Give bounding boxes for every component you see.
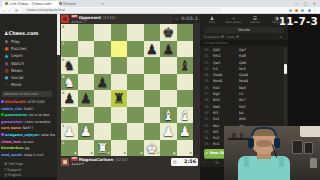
info-icon[interactable]: ⓘ — [279, 35, 282, 40]
square-d2[interactable] — [111, 123, 128, 140]
chat-username[interactable]: blunderbus: — [1, 146, 24, 150]
screenshot-root: Live Chess - Chess.com Stream + — ▢ ✕ ‹ … — [0, 0, 320, 180]
sidebar-item-label: More — [11, 82, 21, 87]
white-king-f1[interactable]: ♚ — [144, 140, 161, 157]
tab-label: New Game — [224, 21, 244, 24]
headset-earcup — [248, 138, 254, 148]
square-g4[interactable] — [160, 90, 177, 107]
browser-menu-icon[interactable]: ⋮ — [313, 8, 317, 13]
square-f4[interactable] — [144, 90, 161, 107]
square-e7[interactable] — [127, 41, 144, 58]
black-rook-d4[interactable]: ♜ — [111, 90, 128, 107]
square-a5[interactable]: 5♞ — [61, 74, 78, 91]
square-g7[interactable]: ♟ — [160, 41, 177, 58]
square-e6[interactable] — [127, 57, 144, 74]
black-pawn-g7[interactable]: ♟ — [160, 41, 177, 58]
chat-text: gg — [25, 146, 29, 150]
evaluation-toggle[interactable] — [221, 35, 224, 38]
chat-username[interactable]: mod_sarah: — [1, 153, 23, 157]
chat-message: gmwatcher: clock scramble — [1, 119, 56, 126]
room-lamp — [310, 158, 317, 168]
square-h2[interactable]: ♟ — [177, 123, 194, 140]
square-g1[interactable]: g — [160, 140, 177, 157]
stream-chat-overlay: BlitzFan99: LETS GOOrookie_rick: Rd4!!pa… — [1, 99, 56, 159]
rank-label: 8 — [62, 25, 64, 29]
chat-text: he is so fast — [29, 113, 49, 117]
sidebar-item-puzzles[interactable]: ▦Puzzles — [4, 45, 26, 52]
top-player-clock: ◷0:03.1 — [173, 15, 200, 24]
chat-text: Na5?? — [23, 126, 33, 130]
square-h6[interactable]: ♝ — [177, 57, 194, 74]
avatar-art — [63, 17, 67, 21]
white-pawn-g2[interactable]: ♟ — [160, 123, 177, 140]
file-label: h — [190, 151, 192, 155]
scrollbar-thumb[interactable] — [284, 64, 287, 74]
panel-toggles: Evaluation Lines ⓘ — [204, 35, 284, 40]
watch-icon: ◉ — [4, 60, 9, 67]
square-e3[interactable] — [127, 107, 144, 124]
chat-text: LETS GOO — [27, 100, 44, 104]
shelf-item — [232, 133, 236, 138]
browser-nav-buttons[interactable]: ‹ › ⟳ — [3, 7, 20, 14]
square-e5[interactable] — [127, 74, 144, 91]
lines-toggle[interactable] — [236, 35, 239, 38]
extension-icon[interactable] — [289, 9, 293, 13]
window-controls[interactable]: — ▢ ✕ — [294, 0, 318, 7]
square-c1[interactable]: c♜ — [94, 140, 111, 157]
square-d1[interactable]: d — [111, 140, 128, 157]
square-b7[interactable] — [78, 41, 95, 58]
moves-header[interactable]: Moves — [204, 27, 284, 33]
square-e8[interactable] — [127, 24, 144, 41]
square-f3[interactable] — [144, 107, 161, 124]
chat-text: Rd4!! — [24, 107, 33, 111]
square-f5[interactable] — [144, 74, 161, 91]
tab-favicon-icon — [59, 2, 62, 5]
square-f1[interactable]: f♚ — [144, 140, 161, 157]
top-player-rating: (3140) — [102, 15, 115, 20]
sidebar-item-social[interactable]: ●Social — [4, 74, 23, 81]
square-a6[interactable]: 6♞ — [61, 57, 78, 74]
chat-text: keep it civil — [24, 153, 43, 157]
gm-badge: GM — [71, 15, 78, 19]
file-label: d — [124, 151, 126, 155]
square-f8[interactable] — [144, 24, 161, 41]
clock-icon: ◷ — [175, 15, 179, 24]
square-d5[interactable] — [111, 74, 128, 91]
bottom-captured-pieces: ♟♟♟♞♜ — [71, 162, 84, 166]
browser-tab-bar: Live Chess - Chess.com Stream + — ▢ ✕ — [0, 0, 320, 7]
chat-message: mod_sarah: keep it civil — [1, 152, 56, 159]
square-a2[interactable]: 2♟ — [61, 123, 78, 140]
chat-badge-icon — [1, 100, 4, 103]
support-icon: ? — [4, 168, 6, 172]
square-c6[interactable] — [94, 57, 111, 74]
chess-board: 8♚7♟♟6♞♝5♞♟4♟♟♜3♝♝2♟♟♟♟1abc♜def♚gh — [61, 24, 193, 156]
bottom-player-clock: ◷2:56 — [171, 158, 198, 167]
square-b4[interactable]: ♟ — [78, 90, 95, 107]
square-c7[interactable] — [94, 41, 111, 58]
more-icon: ⋯ — [4, 81, 9, 88]
face-shadow — [256, 140, 272, 147]
white-bishop-h3[interactable]: ♝ — [177, 107, 194, 124]
chat-text: clock scramble — [25, 120, 50, 124]
square-d3[interactable] — [111, 107, 128, 124]
square-c8[interactable] — [94, 24, 111, 41]
square-h3[interactable]: ♝ — [177, 107, 194, 124]
white-bishop-g3[interactable]: ♝ — [160, 107, 177, 124]
square-c4[interactable] — [94, 90, 111, 107]
chat-message: BlitzFan99: LETS GOO — [1, 99, 56, 106]
chat-message: blunderbus: gg — [1, 145, 56, 152]
room-window — [300, 126, 320, 137]
sidebar-item-watch[interactable]: ◉Watch — [4, 60, 24, 67]
square-h4[interactable] — [177, 90, 194, 107]
sidebar-item-label: Social — [11, 75, 23, 80]
chat-pinned-message: Welcome to the chat! — [2, 91, 52, 97]
square-d4[interactable]: ♜ — [111, 90, 128, 107]
square-g5[interactable] — [160, 74, 177, 91]
chesscom-logo[interactable]: ♟Chess.com — [4, 30, 39, 36]
square-h8[interactable] — [177, 24, 194, 41]
square-d8[interactable] — [111, 24, 128, 41]
chat-message: tilted_tom: ez win — [1, 139, 56, 146]
square-h5[interactable] — [177, 74, 194, 91]
square-f2[interactable] — [144, 123, 161, 140]
square-e2[interactable] — [127, 123, 144, 140]
chat-username[interactable]: endgame_enjoyer: — [5, 133, 40, 137]
bottom-player-bar: GMMagnusCarlsen (3232) ♟♟♟♞♜ ◷2:56 — [57, 157, 200, 167]
square-h7[interactable] — [177, 41, 194, 58]
move-number: 35. — [204, 141, 213, 147]
square-b3[interactable] — [78, 107, 95, 124]
square-a8[interactable]: 8 — [61, 24, 78, 41]
black-bishop-h6[interactable]: ♝ — [177, 57, 194, 74]
headset-earcup — [274, 138, 280, 148]
black-pawn-b4[interactable]: ♟ — [78, 90, 95, 107]
tab-label: Games — [245, 21, 265, 24]
sidebar-item-learn[interactable]: ▲Learn — [4, 52, 23, 59]
chat-message: caro_kann: Na5?? — [1, 125, 56, 132]
square-f6[interactable] — [144, 57, 161, 74]
square-f7[interactable]: ♟ — [144, 41, 161, 58]
sidebar-item-news[interactable]: ▥News — [4, 67, 22, 74]
top-captured-pieces: ♙♙♙♙♘♖ — [71, 20, 86, 24]
square-d6[interactable] — [111, 57, 128, 74]
tab-favicon-icon — [5, 2, 8, 5]
chat-username[interactable]: tilted_tom: — [1, 140, 22, 144]
sidebar-item-label: Play — [11, 39, 20, 44]
avatar-art — [63, 160, 67, 164]
square-a4[interactable]: 4♟ — [61, 90, 78, 107]
extension-icon[interactable] — [295, 9, 299, 13]
profile-avatar[interactable] — [308, 9, 312, 13]
top-player-avatar[interactable] — [61, 15, 69, 23]
square-g8[interactable]: ♚ — [160, 24, 177, 41]
headset-band — [251, 127, 277, 136]
chat-text: ez win — [23, 140, 34, 144]
social-icon: ● — [4, 74, 9, 81]
black-pawn-c5[interactable]: ♟ — [94, 74, 111, 91]
black-pawn-a4[interactable]: ♟ — [61, 90, 78, 107]
chat-username[interactable]: rookie_rick: — [1, 107, 23, 111]
tank-strap — [279, 157, 284, 167]
match-score-overlay: 11-7-3 — [279, 15, 318, 27]
opening-name: Sicilian Defense — [200, 40, 288, 46]
square-e4[interactable] — [127, 90, 144, 107]
chat-username[interactable]: BlitzFan99: — [5, 100, 26, 104]
puzzles-icon: ▦ — [4, 45, 9, 52]
sidebar-item-label: Learn — [11, 53, 23, 58]
square-d7[interactable] — [111, 41, 128, 58]
file-label: a — [74, 151, 76, 155]
rank-label: 3 — [62, 108, 64, 112]
panel-tab-new-game[interactable]: ＋New Game — [224, 15, 244, 26]
square-b1[interactable]: b — [78, 140, 95, 157]
chat-username[interactable]: pawnstorm: — [5, 113, 28, 117]
square-c5[interactable]: ♟ — [94, 74, 111, 91]
square-c3[interactable] — [94, 107, 111, 124]
tank-strap — [244, 157, 249, 167]
sidebar-item-label: Watch — [11, 61, 24, 66]
sidebar-item-label: News — [11, 68, 22, 73]
white-pawn-h2[interactable]: ♟ — [177, 123, 194, 140]
square-a7[interactable]: 7 — [61, 41, 78, 58]
sidebar-item-more[interactable]: ⋯More — [4, 81, 21, 88]
black-king-g8[interactable]: ♚ — [160, 24, 177, 41]
square-g2[interactable]: ♟ — [160, 123, 177, 140]
chat-text: take the rook — [41, 133, 56, 137]
square-b5[interactable] — [78, 74, 95, 91]
black-pawn-f7[interactable]: ♟ — [144, 41, 161, 58]
square-a1[interactable]: 1a — [61, 140, 78, 157]
square-g6[interactable] — [160, 57, 177, 74]
bottom-player-avatar[interactable] — [61, 158, 69, 166]
webcam-overlay — [224, 126, 320, 180]
chat-message: pawnstorm: he is so fast — [1, 112, 56, 119]
chat-badge-icon — [1, 113, 4, 116]
panel-tab-games[interactable]: ☰Games — [245, 15, 265, 26]
square-g3[interactable]: ♝ — [160, 107, 177, 124]
square-h1[interactable]: h — [177, 140, 194, 157]
chat-message: rookie_rick: Rd4!! — [1, 106, 56, 113]
sidebar-item-play[interactable]: ♙Play — [4, 38, 20, 45]
wall-frame — [304, 142, 313, 154]
sidebar-bottom-fill — [0, 177, 57, 180]
chat-username[interactable]: caro_kann: — [1, 126, 22, 130]
address-bar[interactable]: chess.com/play/online — [22, 8, 222, 13]
file-label: b — [91, 151, 93, 155]
white-pawn-a2[interactable]: ♟ — [61, 123, 78, 140]
square-e1[interactable]: e — [127, 140, 144, 157]
chat-badge-icon — [1, 133, 4, 136]
news-icon: ▥ — [4, 67, 9, 74]
bottom-player-rating: (3232) — [115, 157, 128, 162]
white-rook-c1[interactable]: ♜ — [94, 140, 111, 157]
extension-icon[interactable] — [301, 9, 305, 13]
shelf-item — [240, 133, 243, 138]
learn-icon: ▲ — [4, 52, 9, 59]
left-sidebar: ♟Chess.com ♙Play▦Puzzles▲Learn◉Watch▥New… — [0, 14, 57, 180]
chat-message: endgame_enjoyer: take the rook — [1, 132, 56, 139]
square-b2[interactable]: ♟ — [78, 123, 95, 140]
black-knight-a6[interactable]: ♞ — [61, 57, 78, 74]
square-a3[interactable]: 3 — [61, 107, 78, 124]
settings-icon: ⚙ — [4, 162, 7, 166]
white-knight-a5[interactable]: ♞ — [61, 74, 78, 91]
file-label: g — [173, 151, 175, 155]
white-pawn-b2[interactable]: ♟ — [78, 123, 95, 140]
clock-icon: ◷ — [173, 158, 177, 167]
wall-frame — [292, 140, 303, 154]
play-icon: ♙ — [4, 38, 9, 45]
gm-badge: GM — [71, 157, 78, 161]
square-b6[interactable] — [78, 57, 95, 74]
square-b8[interactable] — [78, 24, 95, 41]
chat-username[interactable]: gmwatcher: — [1, 120, 24, 124]
file-label: e — [140, 151, 142, 155]
tab-label: Play — [202, 21, 222, 24]
top-player-bar: GMOpponent (3140) ♙♙♙♙♘♖ ◷0:03.1 — [57, 14, 200, 24]
rank-label: 7 — [62, 42, 64, 46]
panel-tab-play[interactable]: ♟Play — [202, 15, 222, 26]
square-c2[interactable] — [94, 123, 111, 140]
sidebar-item-label: Puzzles — [11, 46, 26, 51]
rank-label: 1 — [62, 141, 64, 145]
